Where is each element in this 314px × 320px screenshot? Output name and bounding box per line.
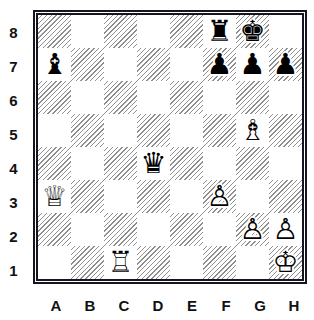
square-a4[interactable] — [38, 147, 71, 180]
file-label-b: B — [73, 294, 107, 316]
square-g7[interactable]: ♟ — [236, 48, 269, 81]
square-c2[interactable] — [104, 213, 137, 246]
square-d2[interactable] — [137, 213, 170, 246]
square-d4[interactable]: ♛ — [137, 147, 170, 180]
piece-white-rook: ♖ — [104, 246, 137, 279]
file-label-e: E — [175, 294, 209, 316]
square-a7[interactable]: ♝ — [38, 48, 71, 81]
square-c3[interactable] — [104, 180, 137, 213]
square-e4[interactable] — [170, 147, 203, 180]
file-label-h: H — [277, 294, 311, 316]
square-c5[interactable] — [104, 114, 137, 147]
square-a5[interactable] — [38, 114, 71, 147]
square-a6[interactable] — [38, 81, 71, 114]
file-label-a: A — [39, 294, 73, 316]
square-b3[interactable] — [71, 180, 104, 213]
square-d5[interactable] — [137, 114, 170, 147]
square-h2[interactable]: ♙ — [269, 213, 302, 246]
square-f7[interactable]: ♟ — [203, 48, 236, 81]
square-c8[interactable] — [104, 15, 137, 48]
file-label-f: F — [209, 294, 243, 316]
piece-white-pawn: ♙ — [236, 213, 269, 246]
rank-label-3: 3 — [0, 185, 27, 219]
rank-label-2: 2 — [0, 219, 27, 253]
file-label-g: G — [243, 294, 277, 316]
square-b8[interactable] — [71, 15, 104, 48]
square-a2[interactable] — [38, 213, 71, 246]
square-a8[interactable] — [38, 15, 71, 48]
square-f8[interactable]: ♜ — [203, 15, 236, 48]
square-f2[interactable] — [203, 213, 236, 246]
piece-white-bishop: ♗ — [236, 114, 269, 147]
square-d8[interactable] — [137, 15, 170, 48]
rank-label-5: 5 — [0, 117, 27, 151]
square-b4[interactable] — [71, 147, 104, 180]
square-g2[interactable]: ♙ — [236, 213, 269, 246]
square-e2[interactable] — [170, 213, 203, 246]
rank-label-7: 7 — [0, 49, 27, 83]
square-h3[interactable] — [269, 180, 302, 213]
piece-white-pawn: ♙ — [269, 213, 302, 246]
square-e6[interactable] — [170, 81, 203, 114]
rank-label-1: 1 — [0, 253, 27, 287]
square-f5[interactable] — [203, 114, 236, 147]
square-f1[interactable] — [203, 246, 236, 279]
square-b1[interactable] — [71, 246, 104, 279]
square-f3[interactable]: ♙ — [203, 180, 236, 213]
square-b2[interactable] — [71, 213, 104, 246]
piece-black-pawn: ♟ — [203, 48, 236, 81]
square-c1[interactable]: ♖ — [104, 246, 137, 279]
piece-black-queen: ♛ — [137, 147, 170, 180]
piece-white-pawn: ♙ — [203, 180, 236, 213]
piece-black-pawn: ♟ — [269, 48, 302, 81]
board-inner-border: ♜♚♝♟♟♟♗♛♕♙♙♙♖♔ — [36, 13, 304, 281]
rank-labels: 87654321 — [0, 15, 27, 287]
rank-label-4: 4 — [0, 151, 27, 185]
square-b6[interactable] — [71, 81, 104, 114]
square-e8[interactable] — [170, 15, 203, 48]
square-h6[interactable] — [269, 81, 302, 114]
square-c4[interactable] — [104, 147, 137, 180]
square-d1[interactable] — [137, 246, 170, 279]
file-label-c: C — [107, 294, 141, 316]
rank-label-8: 8 — [0, 15, 27, 49]
piece-white-king: ♔ — [269, 246, 302, 279]
square-g6[interactable] — [236, 81, 269, 114]
square-c6[interactable] — [104, 81, 137, 114]
piece-black-bishop: ♝ — [38, 48, 71, 81]
square-h8[interactable] — [269, 15, 302, 48]
square-g1[interactable] — [236, 246, 269, 279]
piece-white-queen: ♕ — [38, 180, 71, 213]
square-g4[interactable] — [236, 147, 269, 180]
square-e3[interactable] — [170, 180, 203, 213]
square-d7[interactable] — [137, 48, 170, 81]
square-b5[interactable] — [71, 114, 104, 147]
rank-label-6: 6 — [0, 83, 27, 117]
square-b7[interactable] — [71, 48, 104, 81]
square-e5[interactable] — [170, 114, 203, 147]
square-g5[interactable]: ♗ — [236, 114, 269, 147]
square-e1[interactable] — [170, 246, 203, 279]
square-c7[interactable] — [104, 48, 137, 81]
chess-board: ♜♚♝♟♟♟♗♛♕♙♙♙♖♔ — [38, 15, 302, 279]
square-e7[interactable] — [170, 48, 203, 81]
square-d3[interactable] — [137, 180, 170, 213]
piece-black-pawn: ♟ — [236, 48, 269, 81]
square-h5[interactable] — [269, 114, 302, 147]
square-g3[interactable] — [236, 180, 269, 213]
file-labels: ABCDEFGH — [39, 294, 311, 316]
square-f4[interactable] — [203, 147, 236, 180]
square-g8[interactable]: ♚ — [236, 15, 269, 48]
piece-black-king: ♚ — [236, 15, 269, 48]
square-h7[interactable]: ♟ — [269, 48, 302, 81]
square-f6[interactable] — [203, 81, 236, 114]
piece-black-rook: ♜ — [203, 15, 236, 48]
square-a1[interactable] — [38, 246, 71, 279]
square-d6[interactable] — [137, 81, 170, 114]
chess-diagram: 87654321 ♜♚♝♟♟♟♗♛♕♙♙♙♖♔ ABCDEFGH — [0, 0, 314, 320]
square-a3[interactable]: ♕ — [38, 180, 71, 213]
board-border: ♜♚♝♟♟♟♗♛♕♙♙♙♖♔ — [33, 10, 307, 284]
square-h1[interactable]: ♔ — [269, 246, 302, 279]
square-h4[interactable] — [269, 147, 302, 180]
file-label-d: D — [141, 294, 175, 316]
